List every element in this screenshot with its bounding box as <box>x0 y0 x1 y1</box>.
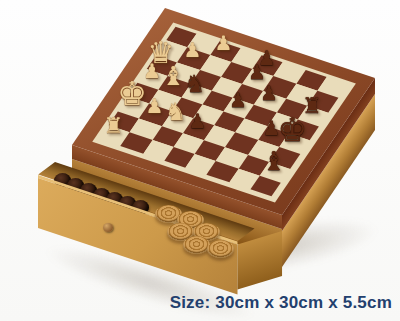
drawer-knob <box>103 223 113 232</box>
size-caption: Size: 30cm x 30cm x 5.5cm <box>170 293 392 313</box>
product-photo-chess-box: Size: 30cm x 30cm x 5.5cm ♟♟♛♟♝♚♟♞♜♟♟♟♟♞… <box>0 0 400 321</box>
light-checker-5 <box>183 236 210 254</box>
light-checker-6 <box>207 240 234 258</box>
